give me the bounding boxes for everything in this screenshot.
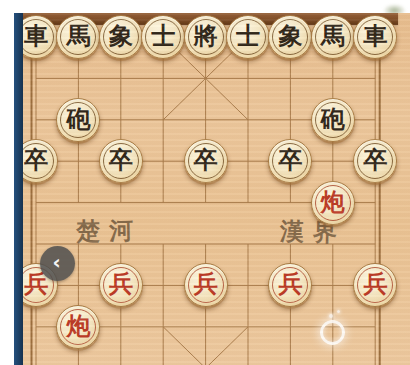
piece-black-cannon[interactable]: 砲	[56, 98, 100, 142]
piece-red-soldier[interactable]: 兵	[268, 263, 312, 307]
collapse-panel-button[interactable]: ‹	[40, 246, 75, 281]
piece-glyph: 砲	[321, 107, 345, 131]
piece-black-soldier[interactable]: 卒	[184, 139, 228, 183]
piece-glyph: 馬	[321, 24, 345, 48]
side-panel-edge	[14, 13, 23, 365]
piece-black-soldier[interactable]: 卒	[23, 139, 58, 183]
piece-glyph: 將	[194, 24, 218, 48]
piece-glyph: 卒	[24, 148, 48, 172]
app-window: 楚河 漢界 車馬象士將士象馬車砲砲卒卒卒卒卒炮兵兵兵兵兵炮車馬相仕帥仕相馬車 ‹	[0, 0, 410, 365]
piece-black-soldier[interactable]: 卒	[268, 139, 312, 183]
piece-glyph: 象	[278, 24, 302, 48]
piece-glyph: 砲	[66, 107, 90, 131]
chevron-left-icon: ‹	[52, 252, 60, 272]
piece-red-soldier[interactable]: 兵	[99, 263, 143, 307]
piece-glyph: 馬	[66, 24, 90, 48]
piece-black-chariot[interactable]: 車	[23, 15, 58, 59]
pieces-layer: 車馬象士將士象馬車砲砲卒卒卒卒卒炮兵兵兵兵兵炮車馬相仕帥仕相馬車	[23, 16, 396, 365]
piece-black-soldier[interactable]: 卒	[99, 139, 143, 183]
piece-black-general[interactable]: 將	[184, 15, 228, 59]
piece-black-horse[interactable]: 馬	[56, 15, 100, 59]
xiangqi-board[interactable]: 楚河 漢界 車馬象士將士象馬車砲砲卒卒卒卒卒炮兵兵兵兵兵炮車馬相仕帥仕相馬車	[23, 13, 410, 365]
piece-black-chariot[interactable]: 車	[353, 15, 397, 59]
sparkle	[329, 314, 333, 318]
piece-glyph: 車	[24, 24, 48, 48]
piece-black-advisor[interactable]: 士	[141, 15, 185, 59]
piece-black-elephant[interactable]: 象	[268, 15, 312, 59]
piece-glyph: 卒	[194, 148, 218, 172]
piece-glyph: 卒	[363, 148, 387, 172]
piece-red-soldier[interactable]: 兵	[353, 263, 397, 307]
piece-glyph: 車	[363, 24, 387, 48]
piece-glyph: 兵	[278, 272, 302, 296]
piece-glyph: 士	[151, 24, 175, 48]
piece-black-horse[interactable]: 馬	[311, 15, 355, 59]
piece-glyph: 炮	[66, 314, 90, 338]
page-background-left	[0, 0, 14, 365]
piece-black-cannon[interactable]: 砲	[311, 98, 355, 142]
piece-red-cannon[interactable]: 炮	[56, 305, 100, 349]
piece-glyph: 象	[109, 24, 133, 48]
piece-glyph: 卒	[109, 148, 133, 172]
piece-black-soldier[interactable]: 卒	[353, 139, 397, 183]
piece-red-cannon[interactable]: 炮	[311, 181, 355, 225]
piece-black-advisor[interactable]: 士	[226, 15, 270, 59]
piece-glyph: 炮	[321, 190, 345, 214]
piece-glyph: 兵	[109, 272, 133, 296]
sparkle	[337, 310, 340, 313]
piece-red-soldier[interactable]: 兵	[184, 263, 228, 307]
piece-glyph: 卒	[278, 148, 302, 172]
piece-glyph: 士	[236, 24, 260, 48]
piece-glyph: 兵	[363, 272, 387, 296]
page-background-top	[0, 0, 410, 13]
piece-black-elephant[interactable]: 象	[99, 15, 143, 59]
piece-glyph: 兵	[194, 272, 218, 296]
